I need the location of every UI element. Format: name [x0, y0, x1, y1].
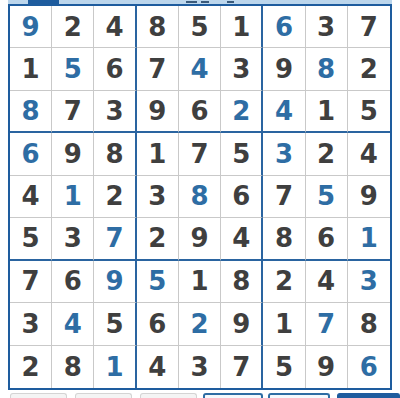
cell-r6c7[interactable]: 8: [263, 218, 305, 260]
cell-r3c7[interactable]: 4: [263, 91, 305, 133]
cell-r1c7[interactable]: 6: [263, 6, 305, 48]
cell-r3c2[interactable]: 7: [52, 91, 94, 133]
cell-r4c8[interactable]: 2: [306, 133, 348, 175]
cell-r5c7[interactable]: 7: [263, 176, 305, 218]
cell-r5c1[interactable]: 4: [10, 176, 52, 218]
cell-r2c8[interactable]: 8: [306, 48, 348, 90]
cell-r9c3[interactable]: 1: [94, 346, 136, 388]
cell-r6c6[interactable]: 4: [221, 218, 263, 260]
cell-r8c2[interactable]: 4: [52, 303, 94, 345]
cell-r8c3[interactable]: 5: [94, 303, 136, 345]
cell-r6c5[interactable]: 9: [179, 218, 221, 260]
cell-r9c9[interactable]: 6: [348, 346, 390, 388]
cell-r4c6[interactable]: 5: [221, 133, 263, 175]
cell-r5c6[interactable]: 6: [221, 176, 263, 218]
cell-r9c6[interactable]: 7: [221, 346, 263, 388]
clipped-button-6[interactable]: [337, 393, 400, 398]
clipped-button-3[interactable]: [140, 393, 197, 398]
cell-r6c9[interactable]: 1: [348, 218, 390, 260]
clipped-toolbar-text-fragment: [201, 1, 209, 3]
cell-r8c6[interactable]: 9: [221, 303, 263, 345]
cell-r9c4[interactable]: 4: [137, 346, 179, 388]
clipped-button-row: [0, 393, 400, 398]
cell-r4c3[interactable]: 8: [94, 133, 136, 175]
cell-r1c6[interactable]: 1: [221, 6, 263, 48]
cell-r8c7[interactable]: 1: [263, 303, 305, 345]
clipped-button-4[interactable]: [203, 393, 263, 398]
cell-r5c2[interactable]: 1: [52, 176, 94, 218]
cell-r1c5[interactable]: 5: [179, 6, 221, 48]
cell-r7c7[interactable]: 2: [263, 261, 305, 303]
cell-r6c8[interactable]: 6: [306, 218, 348, 260]
cell-r1c1[interactable]: 9: [10, 6, 52, 48]
cell-r9c7[interactable]: 5: [263, 346, 305, 388]
cell-r1c3[interactable]: 4: [94, 6, 136, 48]
cell-r3c6[interactable]: 2: [221, 91, 263, 133]
cell-r3c3[interactable]: 3: [94, 91, 136, 133]
cell-r8c4[interactable]: 6: [137, 303, 179, 345]
cell-r2c4[interactable]: 7: [137, 48, 179, 90]
sudoku-app-screen: 9248516371567439828739624156981753244123…: [0, 0, 400, 398]
cell-r7c2[interactable]: 6: [52, 261, 94, 303]
cell-r4c7[interactable]: 3: [263, 133, 305, 175]
cell-r9c5[interactable]: 3: [179, 346, 221, 388]
cell-r1c4[interactable]: 8: [137, 6, 179, 48]
clipped-toolbar-text-fragment: [227, 1, 234, 3]
cell-r3c9[interactable]: 5: [348, 91, 390, 133]
cell-r6c2[interactable]: 3: [52, 218, 94, 260]
cell-r2c2[interactable]: 5: [52, 48, 94, 90]
cell-r6c4[interactable]: 2: [137, 218, 179, 260]
cell-r3c1[interactable]: 8: [10, 91, 52, 133]
cell-r3c8[interactable]: 1: [306, 91, 348, 133]
cell-r7c9[interactable]: 3: [348, 261, 390, 303]
cell-r7c3[interactable]: 9: [94, 261, 136, 303]
cell-r4c4[interactable]: 1: [137, 133, 179, 175]
cell-r8c9[interactable]: 8: [348, 303, 390, 345]
cell-r2c7[interactable]: 9: [263, 48, 305, 90]
cell-r6c1[interactable]: 5: [10, 218, 52, 260]
cell-r5c5[interactable]: 8: [179, 176, 221, 218]
cell-r4c2[interactable]: 9: [52, 133, 94, 175]
cell-r2c1[interactable]: 1: [10, 48, 52, 90]
clipped-toolbar-text-fragment: [186, 1, 197, 3]
cell-r4c1[interactable]: 6: [10, 133, 52, 175]
cell-r1c8[interactable]: 3: [306, 6, 348, 48]
clipped-button-1[interactable]: [10, 393, 67, 398]
cell-r8c5[interactable]: 2: [179, 303, 221, 345]
cell-r9c2[interactable]: 8: [52, 346, 94, 388]
cell-r7c5[interactable]: 1: [179, 261, 221, 303]
cell-r5c9[interactable]: 9: [348, 176, 390, 218]
cell-r5c8[interactable]: 5: [306, 176, 348, 218]
sudoku-board: 9248516371567439828739624156981753244123…: [8, 4, 392, 390]
cell-r9c8[interactable]: 9: [306, 346, 348, 388]
cell-r3c5[interactable]: 6: [179, 91, 221, 133]
cell-r6c3[interactable]: 7: [94, 218, 136, 260]
cell-r4c5[interactable]: 7: [179, 133, 221, 175]
cell-r2c3[interactable]: 6: [94, 48, 136, 90]
cell-r3c4[interactable]: 9: [137, 91, 179, 133]
cell-r8c1[interactable]: 3: [10, 303, 52, 345]
cell-r2c9[interactable]: 2: [348, 48, 390, 90]
cell-r2c5[interactable]: 4: [179, 48, 221, 90]
cell-r1c9[interactable]: 7: [348, 6, 390, 48]
cell-r9c1[interactable]: 2: [10, 346, 52, 388]
cell-r7c1[interactable]: 7: [10, 261, 52, 303]
cell-r2c6[interactable]: 3: [221, 48, 263, 90]
cell-r7c8[interactable]: 4: [306, 261, 348, 303]
cell-r5c3[interactable]: 2: [94, 176, 136, 218]
cell-r8c8[interactable]: 7: [306, 303, 348, 345]
cell-r7c6[interactable]: 8: [221, 261, 263, 303]
cell-r1c2[interactable]: 2: [52, 6, 94, 48]
cell-r5c4[interactable]: 3: [137, 176, 179, 218]
cell-r4c9[interactable]: 4: [348, 133, 390, 175]
clipped-button-5[interactable]: [268, 393, 330, 398]
cell-r7c4[interactable]: 5: [137, 261, 179, 303]
clipped-button-2[interactable]: [75, 393, 132, 398]
